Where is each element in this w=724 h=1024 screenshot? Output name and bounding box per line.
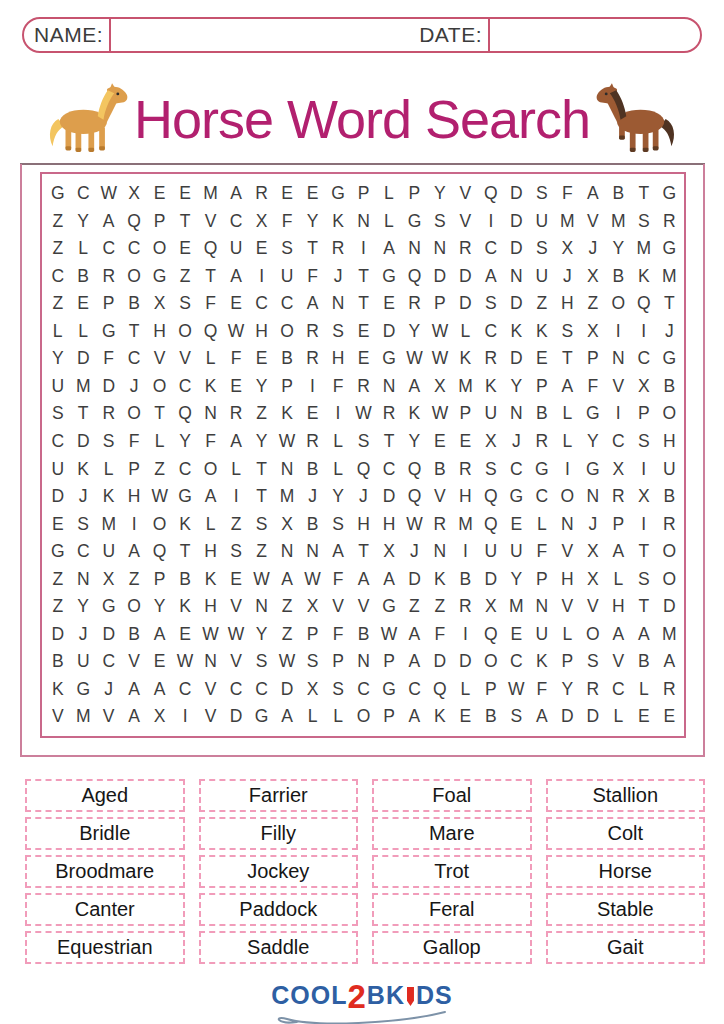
word-item[interactable]: Mare — [372, 817, 532, 850]
grid-cell[interactable]: T — [300, 235, 325, 263]
grid-cell[interactable]: X — [96, 566, 121, 594]
grid-cell[interactable]: X — [631, 483, 656, 511]
grid-cell[interactable]: G — [45, 180, 70, 208]
grid-cell[interactable]: U — [529, 208, 554, 236]
grid-cell[interactable]: X — [121, 180, 146, 208]
grid-cell[interactable]: B — [45, 648, 70, 676]
grid-cell[interactable]: O — [478, 648, 503, 676]
word-item[interactable]: Horse — [546, 855, 706, 888]
grid-cell[interactable]: D — [453, 290, 478, 318]
grid-cell[interactable]: D — [453, 263, 478, 291]
grid-cell[interactable]: N — [376, 373, 401, 401]
grid-cell[interactable]: G — [657, 345, 682, 373]
grid-cell[interactable]: P — [351, 180, 376, 208]
grid-cell[interactable]: L — [631, 676, 656, 704]
grid-cell[interactable]: G — [529, 455, 554, 483]
grid-cell[interactable]: P — [300, 621, 325, 649]
grid-cell[interactable]: O — [172, 318, 197, 346]
grid-cell[interactable]: B — [351, 621, 376, 649]
grid-cell[interactable]: Z — [580, 290, 605, 318]
grid-cell[interactable]: M — [274, 483, 299, 511]
grid-cell[interactable]: V — [96, 703, 121, 731]
grid-cell[interactable]: V — [555, 538, 580, 566]
grid-cell[interactable]: D — [427, 648, 452, 676]
grid-cell[interactable]: Z — [45, 235, 70, 263]
grid-cell[interactable]: C — [172, 373, 197, 401]
grid-cell[interactable]: D — [402, 566, 427, 594]
grid-cell[interactable]: J — [121, 373, 146, 401]
grid-cell[interactable]: I — [325, 400, 350, 428]
grid-cell[interactable]: Q — [198, 318, 223, 346]
grid-cell[interactable]: O — [147, 373, 172, 401]
grid-cell[interactable]: B — [427, 455, 452, 483]
grid-cell[interactable]: K — [70, 455, 95, 483]
grid-cell[interactable]: I — [172, 703, 197, 731]
grid-cell[interactable]: L — [376, 180, 401, 208]
grid-cell[interactable]: F — [427, 621, 452, 649]
grid-cell[interactable]: F — [529, 676, 554, 704]
grid-cell[interactable]: K — [529, 318, 554, 346]
grid-cell[interactable]: N — [427, 538, 452, 566]
grid-cell[interactable]: J — [351, 483, 376, 511]
grid-cell[interactable]: F — [325, 566, 350, 594]
grid-cell[interactable]: E — [249, 345, 274, 373]
grid-cell[interactable]: I — [555, 455, 580, 483]
grid-cell[interactable]: A — [274, 566, 299, 594]
grid-cell[interactable]: J — [657, 318, 682, 346]
grid-cell[interactable]: E — [351, 345, 376, 373]
grid-cell[interactable]: A — [402, 373, 427, 401]
grid-cell[interactable]: A — [147, 621, 172, 649]
grid-cell[interactable]: O — [657, 566, 682, 594]
grid-cell[interactable]: M — [631, 235, 656, 263]
grid-cell[interactable]: D — [376, 318, 401, 346]
grid-cell[interactable]: V — [147, 345, 172, 373]
grid-cell[interactable]: Y — [427, 180, 452, 208]
grid-cell[interactable]: Y — [402, 318, 427, 346]
grid-cell[interactable]: C — [351, 676, 376, 704]
grid-cell[interactable]: G — [325, 180, 350, 208]
grid-cell[interactable]: F — [529, 538, 554, 566]
grid-cell[interactable]: J — [504, 428, 529, 456]
word-item[interactable]: Feral — [372, 893, 532, 926]
grid-cell[interactable]: J — [402, 538, 427, 566]
grid-cell[interactable]: K — [198, 373, 223, 401]
grid-cell[interactable]: A — [631, 621, 656, 649]
grid-cell[interactable]: H — [657, 428, 682, 456]
grid-cell[interactable]: E — [223, 290, 248, 318]
grid-cell[interactable]: W — [223, 621, 248, 649]
grid-cell[interactable]: R — [249, 180, 274, 208]
grid-cell[interactable]: Q — [351, 455, 376, 483]
grid-cell[interactable]: C — [70, 538, 95, 566]
grid-cell[interactable]: X — [249, 208, 274, 236]
grid-cell[interactable]: T — [147, 400, 172, 428]
grid-cell[interactable]: E — [529, 345, 554, 373]
grid-cell[interactable]: F — [223, 345, 248, 373]
grid-cell[interactable]: O — [147, 235, 172, 263]
grid-cell[interactable]: W — [402, 511, 427, 539]
grid-cell[interactable]: C — [606, 676, 631, 704]
grid-cell[interactable]: I — [631, 511, 656, 539]
grid-cell[interactable]: S — [351, 428, 376, 456]
grid-cell[interactable]: S — [325, 318, 350, 346]
grid-cell[interactable]: E — [223, 373, 248, 401]
grid-cell[interactable]: M — [504, 593, 529, 621]
grid-cell[interactable]: T — [198, 263, 223, 291]
grid-cell[interactable]: B — [274, 345, 299, 373]
grid-cell[interactable]: U — [504, 538, 529, 566]
grid-cell[interactable]: L — [300, 703, 325, 731]
grid-cell[interactable]: W — [376, 621, 401, 649]
grid-cell[interactable]: C — [606, 428, 631, 456]
grid-cell[interactable]: W — [172, 648, 197, 676]
grid-cell[interactable]: I — [223, 483, 248, 511]
grid-cell[interactable]: L — [96, 455, 121, 483]
grid-cell[interactable]: P — [376, 703, 401, 731]
word-item[interactable]: Saddle — [199, 931, 359, 964]
grid-cell[interactable]: K — [172, 593, 197, 621]
grid-cell[interactable]: K — [631, 263, 656, 291]
grid-cell[interactable]: G — [657, 235, 682, 263]
grid-cell[interactable]: C — [96, 235, 121, 263]
grid-cell[interactable]: S — [223, 538, 248, 566]
grid-cell[interactable]: U — [478, 400, 503, 428]
grid-cell[interactable]: G — [657, 180, 682, 208]
grid-cell[interactable]: Y — [249, 428, 274, 456]
grid-cell[interactable]: C — [504, 648, 529, 676]
grid-cell[interactable]: J — [96, 676, 121, 704]
grid-cell[interactable]: O — [274, 318, 299, 346]
word-item[interactable]: Aged — [25, 779, 185, 812]
grid-cell[interactable]: R — [96, 263, 121, 291]
grid-cell[interactable]: X — [580, 538, 605, 566]
grid-cell[interactable]: P — [147, 566, 172, 594]
grid-cell[interactable]: I — [631, 455, 656, 483]
grid-cell[interactable]: S — [631, 566, 656, 594]
grid-cell[interactable]: G — [70, 676, 95, 704]
word-item[interactable]: Stallion — [546, 779, 706, 812]
grid-cell[interactable]: X — [580, 318, 605, 346]
grid-cell[interactable]: Y — [172, 428, 197, 456]
grid-cell[interactable]: J — [70, 483, 95, 511]
grid-cell[interactable]: T — [351, 290, 376, 318]
grid-cell[interactable]: G — [580, 400, 605, 428]
grid-cell[interactable]: G — [580, 455, 605, 483]
grid-cell[interactable]: Z — [249, 538, 274, 566]
grid-cell[interactable]: M — [555, 208, 580, 236]
grid-cell[interactable]: H — [121, 483, 146, 511]
grid-cell[interactable]: I — [631, 318, 656, 346]
grid-cell[interactable]: P — [631, 400, 656, 428]
grid-cell[interactable]: T — [351, 263, 376, 291]
grid-cell[interactable]: E — [504, 621, 529, 649]
grid-cell[interactable]: N — [70, 566, 95, 594]
grid-cell[interactable]: T — [631, 593, 656, 621]
grid-cell[interactable]: U — [96, 538, 121, 566]
grid-cell[interactable]: X — [300, 593, 325, 621]
grid-cell[interactable]: S — [300, 648, 325, 676]
grid-cell[interactable]: R — [376, 400, 401, 428]
grid-cell[interactable]: V — [453, 208, 478, 236]
grid-cell[interactable]: H — [147, 318, 172, 346]
grid-cell[interactable]: Y — [555, 676, 580, 704]
grid-cell[interactable]: K — [453, 345, 478, 373]
grid-cell[interactable]: Y — [325, 483, 350, 511]
grid-cell[interactable]: B — [172, 566, 197, 594]
grid-cell[interactable]: S — [70, 511, 95, 539]
word-item[interactable]: Equestrian — [25, 931, 185, 964]
grid-cell[interactable]: C — [96, 648, 121, 676]
grid-cell[interactable]: V — [606, 373, 631, 401]
grid-cell[interactable]: W — [427, 400, 452, 428]
grid-cell[interactable]: M — [198, 180, 223, 208]
grid-cell[interactable]: K — [45, 676, 70, 704]
grid-cell[interactable]: R — [300, 345, 325, 373]
grid-cell[interactable]: Y — [147, 593, 172, 621]
grid-cell[interactable]: B — [657, 373, 682, 401]
grid-cell[interactable]: Q — [172, 400, 197, 428]
grid-cell[interactable]: D — [478, 566, 503, 594]
grid-cell[interactable]: D — [427, 263, 452, 291]
grid-cell[interactable]: N — [274, 538, 299, 566]
grid-cell[interactable]: X — [580, 566, 605, 594]
grid-cell[interactable]: G — [96, 593, 121, 621]
grid-cell[interactable]: M — [606, 208, 631, 236]
grid-cell[interactable]: E — [300, 400, 325, 428]
grid-cell[interactable]: Q — [427, 676, 452, 704]
grid-cell[interactable]: R — [478, 345, 503, 373]
grid-cell[interactable]: H — [198, 593, 223, 621]
grid-cell[interactable]: C — [504, 455, 529, 483]
grid-cell[interactable]: L — [325, 703, 350, 731]
grid-cell[interactable]: D — [580, 703, 605, 731]
grid-cell[interactable]: U — [223, 235, 248, 263]
grid-cell[interactable]: Z — [223, 511, 248, 539]
grid-cell[interactable]: U — [45, 455, 70, 483]
grid-cell[interactable]: G — [96, 318, 121, 346]
grid-cell[interactable]: A — [147, 676, 172, 704]
grid-cell[interactable]: Z — [172, 263, 197, 291]
grid-cell[interactable]: X — [631, 373, 656, 401]
grid-cell[interactable]: E — [147, 648, 172, 676]
grid-cell[interactable]: A — [606, 538, 631, 566]
grid-cell[interactable]: A — [223, 428, 248, 456]
grid-cell[interactable]: S — [631, 208, 656, 236]
grid-cell[interactable]: P — [478, 676, 503, 704]
grid-cell[interactable]: X — [478, 428, 503, 456]
grid-cell[interactable]: K — [198, 566, 223, 594]
grid-cell[interactable]: D — [274, 676, 299, 704]
grid-cell[interactable]: C — [529, 483, 554, 511]
grid-cell[interactable]: E — [172, 180, 197, 208]
grid-cell[interactable]: Z — [427, 593, 452, 621]
grid-cell[interactable]: Y — [580, 428, 605, 456]
grid-cell[interactable]: N — [325, 290, 350, 318]
grid-cell[interactable]: S — [529, 180, 554, 208]
grid-cell[interactable]: G — [376, 593, 401, 621]
grid-cell[interactable]: K — [274, 400, 299, 428]
grid-cell[interactable]: T — [631, 180, 656, 208]
grid-cell[interactable]: G — [172, 483, 197, 511]
grid-cell[interactable]: B — [121, 621, 146, 649]
grid-cell[interactable]: J — [555, 263, 580, 291]
grid-cell[interactable]: O — [198, 455, 223, 483]
grid-cell[interactable]: I — [121, 511, 146, 539]
grid-cell[interactable]: V — [198, 703, 223, 731]
grid-cell[interactable]: P — [402, 180, 427, 208]
grid-cell[interactable]: V — [45, 703, 70, 731]
grid-cell[interactable]: Z — [274, 621, 299, 649]
grid-cell[interactable]: V — [223, 648, 248, 676]
grid-cell[interactable]: T — [70, 400, 95, 428]
grid-cell[interactable]: N — [249, 593, 274, 621]
grid-cell[interactable]: L — [606, 566, 631, 594]
grid-cell[interactable]: E — [300, 180, 325, 208]
grid-cell[interactable]: R — [606, 483, 631, 511]
grid-cell[interactable]: W — [147, 483, 172, 511]
grid-cell[interactable]: K — [427, 703, 452, 731]
grid-cell[interactable]: S — [529, 235, 554, 263]
grid-cell[interactable]: P — [121, 455, 146, 483]
grid-cell[interactable]: U — [478, 538, 503, 566]
grid-cell[interactable]: E — [274, 180, 299, 208]
grid-cell[interactable]: H — [555, 566, 580, 594]
grid-cell[interactable]: R — [96, 400, 121, 428]
grid-cell[interactable]: C — [631, 345, 656, 373]
grid-cell[interactable]: Z — [121, 566, 146, 594]
grid-cell[interactable]: W — [198, 621, 223, 649]
word-item[interactable]: Bridle — [25, 817, 185, 850]
grid-cell[interactable]: X — [300, 676, 325, 704]
grid-cell[interactable]: P — [274, 373, 299, 401]
grid-cell[interactable]: J — [580, 511, 605, 539]
grid-cell[interactable]: V — [121, 648, 146, 676]
grid-cell[interactable]: Q — [478, 511, 503, 539]
grid-cell[interactable]: T — [249, 483, 274, 511]
grid-cell[interactable]: E — [351, 318, 376, 346]
grid-cell[interactable]: W — [96, 180, 121, 208]
grid-cell[interactable]: X — [147, 703, 172, 731]
grid-cell[interactable]: D — [96, 621, 121, 649]
grid-cell[interactable]: L — [453, 676, 478, 704]
grid-cell[interactable]: Y — [45, 345, 70, 373]
grid-cell[interactable]: N — [198, 400, 223, 428]
grid-cell[interactable]: S — [172, 290, 197, 318]
grid-cell[interactable]: Y — [606, 235, 631, 263]
grid-cell[interactable]: W — [300, 566, 325, 594]
grid-cell[interactable]: M — [657, 263, 682, 291]
word-item[interactable]: Colt — [546, 817, 706, 850]
grid-cell[interactable]: R — [529, 428, 554, 456]
grid-cell[interactable]: D — [504, 235, 529, 263]
grid-cell[interactable]: Z — [249, 400, 274, 428]
grid-cell[interactable]: A — [96, 208, 121, 236]
grid-cell[interactable]: V — [453, 180, 478, 208]
word-item[interactable]: Gallop — [372, 931, 532, 964]
grid-cell[interactable]: G — [376, 345, 401, 373]
grid-cell[interactable]: T — [631, 538, 656, 566]
grid-cell[interactable]: Y — [249, 373, 274, 401]
grid-cell[interactable]: R — [300, 428, 325, 456]
grid-cell[interactable]: W — [504, 676, 529, 704]
grid-cell[interactable]: U — [529, 263, 554, 291]
grid-cell[interactable]: C — [376, 455, 401, 483]
grid-cell[interactable]: E — [147, 180, 172, 208]
grid-cell[interactable]: D — [555, 703, 580, 731]
grid-cell[interactable]: D — [504, 180, 529, 208]
grid-cell[interactable]: N — [274, 455, 299, 483]
grid-cell[interactable]: I — [300, 373, 325, 401]
grid-cell[interactable]: P — [325, 648, 350, 676]
grid-cell[interactable]: M — [96, 511, 121, 539]
grid-cell[interactable]: R — [402, 290, 427, 318]
grid-cell[interactable]: S — [631, 428, 656, 456]
grid-cell[interactable]: V — [223, 593, 248, 621]
grid-cell[interactable]: G — [249, 703, 274, 731]
grid-cell[interactable]: Q — [402, 455, 427, 483]
grid-cell[interactable]: V — [427, 483, 452, 511]
grid-cell[interactable]: U — [274, 263, 299, 291]
grid-cell[interactable]: I — [606, 400, 631, 428]
grid-cell[interactable]: A — [402, 621, 427, 649]
grid-cell[interactable]: K — [504, 318, 529, 346]
grid-cell[interactable]: N — [529, 593, 554, 621]
grid-cell[interactable]: L — [70, 235, 95, 263]
grid-cell[interactable]: G — [504, 483, 529, 511]
grid-cell[interactable]: R — [453, 235, 478, 263]
grid-cell[interactable]: A — [580, 180, 605, 208]
grid-cell[interactable]: L — [223, 455, 248, 483]
grid-cell[interactable]: P — [96, 290, 121, 318]
grid-cell[interactable]: W — [402, 345, 427, 373]
grid-cell[interactable]: L — [325, 455, 350, 483]
grid-cell[interactable]: C — [249, 290, 274, 318]
grid-cell[interactable]: O — [121, 400, 146, 428]
grid-cell[interactable]: V — [580, 208, 605, 236]
grid-cell[interactable]: L — [198, 511, 223, 539]
word-item[interactable]: Farrier — [199, 779, 359, 812]
grid-cell[interactable]: D — [453, 648, 478, 676]
grid-cell[interactable]: H — [376, 511, 401, 539]
grid-cell[interactable]: H — [351, 511, 376, 539]
grid-cell[interactable]: N — [504, 400, 529, 428]
grid-cell[interactable]: O — [555, 483, 580, 511]
grid-cell[interactable]: C — [121, 345, 146, 373]
grid-cell[interactable]: T — [121, 318, 146, 346]
grid-cell[interactable]: K — [478, 373, 503, 401]
grid-cell[interactable]: S — [325, 511, 350, 539]
grid-cell[interactable]: H — [249, 318, 274, 346]
word-item[interactable]: Filly — [199, 817, 359, 850]
grid-cell[interactable]: D — [45, 483, 70, 511]
grid-cell[interactable]: I — [453, 621, 478, 649]
grid-cell[interactable]: N — [555, 511, 580, 539]
grid-cell[interactable]: T — [172, 538, 197, 566]
grid-cell[interactable]: D — [376, 483, 401, 511]
grid-cell[interactable]: D — [657, 593, 682, 621]
grid-cell[interactable]: Y — [504, 373, 529, 401]
grid-cell[interactable]: O — [657, 400, 682, 428]
grid-cell[interactable]: C — [45, 428, 70, 456]
grid-cell[interactable]: L — [198, 345, 223, 373]
grid-cell[interactable]: M — [70, 703, 95, 731]
grid-cell[interactable]: A — [198, 483, 223, 511]
grid-cell[interactable]: W — [274, 648, 299, 676]
grid-cell[interactable]: D — [45, 621, 70, 649]
grid-cell[interactable]: A — [376, 566, 401, 594]
grid-cell[interactable]: H — [606, 593, 631, 621]
